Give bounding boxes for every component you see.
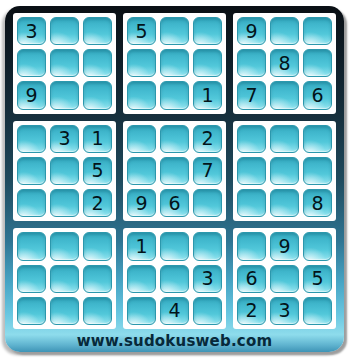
cell-r7c2-empty[interactable] xyxy=(50,232,79,260)
cell-r9c8-given[interactable]: 3 xyxy=(270,297,299,325)
cell-r7c5-empty[interactable] xyxy=(160,232,189,260)
box-8: 134 xyxy=(123,228,226,329)
cell-r9c3-empty[interactable] xyxy=(83,297,112,325)
cell-r8c4-empty[interactable] xyxy=(127,265,156,293)
cell-r6c8-empty[interactable] xyxy=(270,189,299,217)
cell-r7c9-empty[interactable] xyxy=(303,232,332,260)
cell-r7c7-empty[interactable] xyxy=(237,232,266,260)
cell-r8c5-empty[interactable] xyxy=(160,265,189,293)
box-1: 39 xyxy=(13,13,116,114)
cell-r3c5-empty[interactable] xyxy=(160,81,189,109)
cell-r4c7-empty[interactable] xyxy=(237,125,266,153)
cell-r8c2-empty[interactable] xyxy=(50,265,79,293)
cell-r3c9-given[interactable]: 6 xyxy=(303,81,332,109)
cell-r3c3-empty[interactable] xyxy=(83,81,112,109)
box-7 xyxy=(13,228,116,329)
cell-r2c2-empty[interactable] xyxy=(50,49,79,77)
cell-r6c3-given[interactable]: 2 xyxy=(83,189,112,217)
cell-r6c4-given[interactable]: 9 xyxy=(127,189,156,217)
cell-r6c5-given[interactable]: 6 xyxy=(160,189,189,217)
cell-r1c3-empty[interactable] xyxy=(83,17,112,45)
cell-r5c9-empty[interactable] xyxy=(303,157,332,185)
cell-r3c2-empty[interactable] xyxy=(50,81,79,109)
cell-r6c9-given[interactable]: 8 xyxy=(303,189,332,217)
cell-r3c8-empty[interactable] xyxy=(270,81,299,109)
cell-r7c1-empty[interactable] xyxy=(17,232,46,260)
cell-r6c6-empty[interactable] xyxy=(193,189,222,217)
cell-r3c4-empty[interactable] xyxy=(127,81,156,109)
cell-r2c9-empty[interactable] xyxy=(303,49,332,77)
cell-r2c8-given[interactable]: 8 xyxy=(270,49,299,77)
cell-r1c5-empty[interactable] xyxy=(160,17,189,45)
cell-r5c7-empty[interactable] xyxy=(237,157,266,185)
cell-r3c6-given[interactable]: 1 xyxy=(193,81,222,109)
cell-r4c5-empty[interactable] xyxy=(160,125,189,153)
cell-r8c8-empty[interactable] xyxy=(270,265,299,293)
cell-r6c7-empty[interactable] xyxy=(237,189,266,217)
cell-r8c1-empty[interactable] xyxy=(17,265,46,293)
box-4: 3152 xyxy=(13,121,116,222)
cell-r4c9-empty[interactable] xyxy=(303,125,332,153)
cell-r4c1-empty[interactable] xyxy=(17,125,46,153)
cell-r8c9-given[interactable]: 5 xyxy=(303,265,332,293)
cell-r2c1-empty[interactable] xyxy=(17,49,46,77)
cell-r2c5-empty[interactable] xyxy=(160,49,189,77)
cell-r1c1-given[interactable]: 3 xyxy=(17,17,46,45)
cell-r8c7-given[interactable]: 6 xyxy=(237,265,266,293)
cell-r5c6-given[interactable]: 7 xyxy=(193,157,222,185)
cell-r4c6-given[interactable]: 2 xyxy=(193,125,222,153)
board: 3951987631522796813496523 xyxy=(5,6,344,329)
sudoku-board-frame: 3951987631522796813496523 www.sudokusweb… xyxy=(5,6,344,352)
cell-r2c7-empty[interactable] xyxy=(237,49,266,77)
cell-r1c8-empty[interactable] xyxy=(270,17,299,45)
cell-r2c3-empty[interactable] xyxy=(83,49,112,77)
cell-r7c6-empty[interactable] xyxy=(193,232,222,260)
cell-r6c1-empty[interactable] xyxy=(17,189,46,217)
cell-r9c2-empty[interactable] xyxy=(50,297,79,325)
cell-r5c3-given[interactable]: 5 xyxy=(83,157,112,185)
cell-r8c6-given[interactable]: 3 xyxy=(193,265,222,293)
box-2: 51 xyxy=(123,13,226,114)
cell-r6c2-empty[interactable] xyxy=(50,189,79,217)
cell-r5c4-empty[interactable] xyxy=(127,157,156,185)
box-6: 8 xyxy=(233,121,336,222)
cell-r4c2-given[interactable]: 3 xyxy=(50,125,79,153)
cell-r1c7-given[interactable]: 9 xyxy=(237,17,266,45)
box-9: 96523 xyxy=(233,228,336,329)
cell-r5c5-empty[interactable] xyxy=(160,157,189,185)
cell-r9c5-given[interactable]: 4 xyxy=(160,297,189,325)
cell-r4c3-given[interactable]: 1 xyxy=(83,125,112,153)
box-3: 9876 xyxy=(233,13,336,114)
cell-r1c2-empty[interactable] xyxy=(50,17,79,45)
cell-r9c6-empty[interactable] xyxy=(193,297,222,325)
cell-r1c6-empty[interactable] xyxy=(193,17,222,45)
cell-r7c8-given[interactable]: 9 xyxy=(270,232,299,260)
cell-r9c9-empty[interactable] xyxy=(303,297,332,325)
cell-r4c8-empty[interactable] xyxy=(270,125,299,153)
cell-r5c8-empty[interactable] xyxy=(270,157,299,185)
cell-r5c2-empty[interactable] xyxy=(50,157,79,185)
cell-r5c1-empty[interactable] xyxy=(17,157,46,185)
cell-r2c4-empty[interactable] xyxy=(127,49,156,77)
cell-r1c9-empty[interactable] xyxy=(303,17,332,45)
cell-r8c3-empty[interactable] xyxy=(83,265,112,293)
box-5: 2796 xyxy=(123,121,226,222)
cell-r9c4-empty[interactable] xyxy=(127,297,156,325)
cell-r4c4-empty[interactable] xyxy=(127,125,156,153)
cell-r9c1-empty[interactable] xyxy=(17,297,46,325)
cell-r1c4-given[interactable]: 5 xyxy=(127,17,156,45)
cell-r2c6-empty[interactable] xyxy=(193,49,222,77)
cell-r9c7-given[interactable]: 2 xyxy=(237,297,266,325)
cell-r3c7-given[interactable]: 7 xyxy=(237,81,266,109)
cell-r3c1-given[interactable]: 9 xyxy=(17,81,46,109)
cell-r7c4-given[interactable]: 1 xyxy=(127,232,156,260)
cell-r7c3-empty[interactable] xyxy=(83,232,112,260)
site-url-label: www.sudokusweb.com xyxy=(5,329,344,352)
